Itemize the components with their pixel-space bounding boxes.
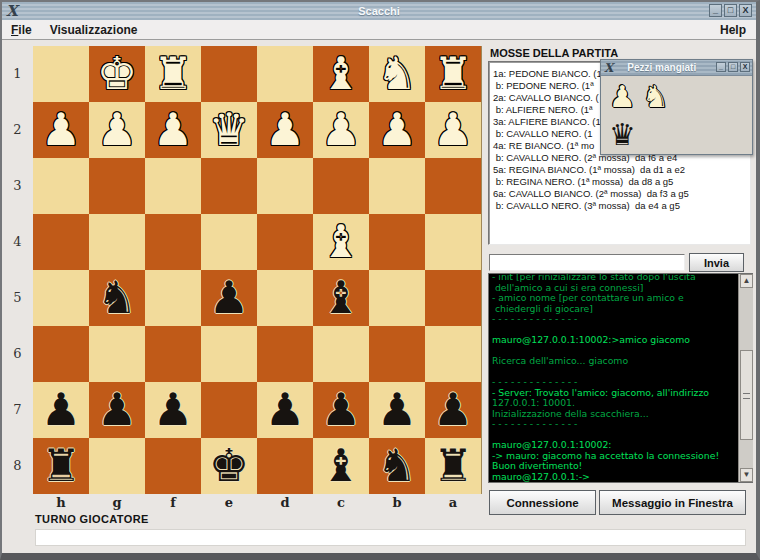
square-e8[interactable]: ♚ <box>201 438 257 494</box>
terminal-line: Buon divertimento! <box>492 461 749 472</box>
black-pawn: ♟ <box>145 382 201 438</box>
scroll-down-icon[interactable]: ▼ <box>740 468 753 482</box>
square-e5[interactable]: ♟ <box>201 270 257 326</box>
window-title: Scacchi <box>2 5 756 17</box>
square-a8[interactable]: ♜ <box>425 438 481 494</box>
captured-white-pawn: ♟ <box>609 78 636 116</box>
terminal-line: - amico nome [per contattare un amico e <box>492 293 749 304</box>
square-e6[interactable] <box>201 326 257 382</box>
file-label-c: c <box>313 494 369 511</box>
rank-label-4: 4 <box>2 214 33 270</box>
connection-terminal[interactable]: - init [per rinizializzare lo stato dopo… <box>488 273 753 483</box>
square-a6[interactable] <box>425 326 481 382</box>
square-g1[interactable]: ♚ <box>89 46 145 102</box>
square-b2[interactable]: ♟ <box>369 102 425 158</box>
connection-button[interactable]: Connessione <box>489 490 596 515</box>
move-line: b: CAVALLO NERO. (3ª mossa) da e4 a g5 <box>493 200 750 212</box>
square-d5[interactable] <box>257 270 313 326</box>
white-pawn: ♟ <box>89 102 145 158</box>
square-b3[interactable] <box>369 158 425 214</box>
square-a3[interactable] <box>425 158 481 214</box>
square-b1[interactable]: ♞ <box>369 46 425 102</box>
terminal-line: mauro@127.0.0.1:10002:>amico giacomo <box>492 335 749 346</box>
file-label-b: b <box>369 494 425 511</box>
captured-white-knight: ♞ <box>642 78 669 116</box>
terminal-line: mauro@127.0.0.1:-> <box>492 472 749 483</box>
square-b4[interactable] <box>369 214 425 270</box>
terminal-line: - - - - - - - - - - - - - - <box>492 314 749 325</box>
black-king: ♚ <box>201 438 257 494</box>
captured-window-titlebar[interactable]: X Pezzi mangiati _ □ X <box>601 60 752 76</box>
black-pawn: ♟ <box>257 382 313 438</box>
square-d1[interactable] <box>257 46 313 102</box>
square-c4[interactable]: ♝ <box>313 214 369 270</box>
square-f1[interactable]: ♜ <box>145 46 201 102</box>
square-a7[interactable]: ♟ <box>425 382 481 438</box>
rank-label-7: 7 <box>2 382 33 438</box>
square-f6[interactable] <box>145 326 201 382</box>
app-window: X Scacchi _ □ X FileVisualizzazioneHelp … <box>0 0 760 560</box>
square-b5[interactable] <box>369 270 425 326</box>
scroll-up-icon[interactable]: ▲ <box>740 274 753 288</box>
white-king: ♚ <box>89 46 145 102</box>
file-label-f: f <box>145 494 201 511</box>
send-button[interactable]: Invia <box>689 253 744 272</box>
minimize-icon[interactable]: _ <box>716 62 726 72</box>
white-queen: ♛ <box>201 102 257 158</box>
square-f2[interactable]: ♟ <box>145 102 201 158</box>
square-a5[interactable] <box>425 270 481 326</box>
captured-black-queen: ♛ <box>609 116 636 154</box>
scrollbar-thumb[interactable] <box>740 350 753 440</box>
square-e4[interactable] <box>201 214 257 270</box>
moves-panel-title: MOSSE DELLA PARTITA <box>490 47 618 59</box>
captured-pieces-window: X Pezzi mangiati _ □ X ♟♞♛ <box>600 59 753 155</box>
square-e7[interactable] <box>201 382 257 438</box>
black-rook: ♜ <box>425 438 481 494</box>
white-pawn: ♟ <box>145 102 201 158</box>
terminal-scrollbar[interactable]: ▲ ▼ <box>738 274 753 482</box>
square-d7[interactable]: ♟ <box>257 382 313 438</box>
square-a4[interactable] <box>425 214 481 270</box>
file-label-h: h <box>33 494 89 511</box>
square-d6[interactable] <box>257 326 313 382</box>
square-g3[interactable] <box>89 158 145 214</box>
file-label-e: e <box>201 494 257 511</box>
square-h5[interactable] <box>33 270 89 326</box>
square-f8[interactable] <box>145 438 201 494</box>
black-pawn: ♟ <box>425 382 481 438</box>
terminal-line: 127.0.0.1: 10001. <box>492 398 749 409</box>
terminal-line: mauro@127.0.0.1:10002: <box>492 440 749 451</box>
chat-input[interactable] <box>489 254 685 271</box>
move-line: 6a: CAVALLO BIANCO. (2ª mossa) da f3 a g… <box>493 188 750 200</box>
square-e1[interactable] <box>201 46 257 102</box>
rank-label-2: 2 <box>2 102 33 158</box>
black-pawn: ♟ <box>33 382 89 438</box>
white-pawn: ♟ <box>425 102 481 158</box>
white-rook: ♜ <box>145 46 201 102</box>
black-pawn: ♟ <box>89 382 145 438</box>
black-pawn: ♟ <box>313 382 369 438</box>
square-g4[interactable] <box>89 214 145 270</box>
close-icon[interactable]: X <box>739 4 752 17</box>
square-g5[interactable]: ♞ <box>89 270 145 326</box>
file-label-g: g <box>89 494 145 511</box>
square-e2[interactable]: ♛ <box>201 102 257 158</box>
message-window-button[interactable]: Messaggio in Finestra <box>599 490 746 515</box>
menu-bar: FileVisualizzazioneHelp <box>2 20 756 40</box>
square-d4[interactable] <box>257 214 313 270</box>
captured-window-title: Pezzi mangiati <box>627 62 696 73</box>
file-label-a: a <box>425 494 481 511</box>
square-c7[interactable]: ♟ <box>313 382 369 438</box>
square-h1[interactable] <box>33 46 89 102</box>
square-d8[interactable] <box>257 438 313 494</box>
move-line: 5a: REGINA BIANCO. (1ª mossa) da d1 a e2 <box>493 164 750 176</box>
terminal-line: Ricerca dell'amico... giacomo <box>492 356 749 367</box>
menu-help[interactable]: Help <box>710 23 756 37</box>
white-pawn: ♟ <box>33 102 89 158</box>
square-d2[interactable]: ♟ <box>257 102 313 158</box>
white-pawn: ♟ <box>369 102 425 158</box>
terminal-line: - - - - - - - - - - - - - - <box>492 377 749 388</box>
menu-visualizzazione[interactable]: Visualizzazione <box>41 23 147 37</box>
square-h7[interactable]: ♟ <box>33 382 89 438</box>
maximize-icon[interactable]: □ <box>724 4 737 17</box>
terminal-line: - - - - - - - - - - - - - - <box>492 419 749 430</box>
black-pawn: ♟ <box>201 270 257 326</box>
square-c3[interactable] <box>313 158 369 214</box>
file-labels: hgfedcba <box>33 494 481 511</box>
square-g7[interactable]: ♟ <box>89 382 145 438</box>
square-c6[interactable] <box>313 326 369 382</box>
square-f7[interactable]: ♟ <box>145 382 201 438</box>
rank-label-8: 8 <box>2 438 33 494</box>
maximize-icon[interactable]: □ <box>728 62 738 72</box>
square-d3[interactable] <box>257 158 313 214</box>
white-bishop: ♝ <box>313 46 369 102</box>
square-e3[interactable] <box>201 158 257 214</box>
rank-labels: 12345678 <box>2 46 33 494</box>
square-c8[interactable]: ♝ <box>313 438 369 494</box>
black-pawn: ♟ <box>369 382 425 438</box>
rank-label-3: 3 <box>2 158 33 214</box>
square-b6[interactable] <box>369 326 425 382</box>
square-h3[interactable] <box>33 158 89 214</box>
square-h4[interactable] <box>33 214 89 270</box>
square-g8[interactable] <box>89 438 145 494</box>
status-strip <box>35 529 746 546</box>
white-pawn: ♟ <box>257 102 313 158</box>
square-f3[interactable] <box>145 158 201 214</box>
square-a1[interactable]: ♜ <box>425 46 481 102</box>
black-bishop: ♝ <box>313 270 369 326</box>
rank-label-5: 5 <box>2 270 33 326</box>
white-knight: ♞ <box>369 46 425 102</box>
x11-logo-icon: X <box>604 61 613 75</box>
close-icon[interactable]: X <box>740 62 750 72</box>
white-bishop: ♝ <box>313 214 369 270</box>
square-b8[interactable]: ♞ <box>369 438 425 494</box>
black-bishop: ♝ <box>313 438 369 494</box>
title-bar: X Scacchi _ □ X <box>2 2 756 21</box>
black-knight: ♞ <box>89 270 145 326</box>
square-f4[interactable] <box>145 214 201 270</box>
rank-label-1: 1 <box>2 46 33 102</box>
square-f5[interactable] <box>145 270 201 326</box>
turn-indicator-label: TURNO GIOCATORE <box>35 513 149 525</box>
rank-label-6: 6 <box>2 326 33 382</box>
square-g2[interactable]: ♟ <box>89 102 145 158</box>
file-label-d: d <box>257 494 313 511</box>
white-rook: ♜ <box>425 46 481 102</box>
square-b7[interactable]: ♟ <box>369 382 425 438</box>
minimize-icon[interactable]: _ <box>709 4 722 17</box>
square-h8[interactable]: ♜ <box>33 438 89 494</box>
white-pawn: ♟ <box>313 102 369 158</box>
square-g6[interactable] <box>89 326 145 382</box>
square-h2[interactable]: ♟ <box>33 102 89 158</box>
square-c5[interactable]: ♝ <box>313 270 369 326</box>
black-rook: ♜ <box>33 438 89 494</box>
chess-board: ♚♜♝♞♜♟♟♟♛♟♟♟♟♝♞♟♝♟♟♟♟♟♟♟♜♚♝♞♜ <box>33 46 482 494</box>
menu-file[interactable]: File <box>2 23 41 37</box>
move-line: b: REGINA NERO. (1ª mossa) da d8 a g5 <box>493 176 750 188</box>
black-knight: ♞ <box>369 438 425 494</box>
square-h6[interactable] <box>33 326 89 382</box>
square-c2[interactable]: ♟ <box>313 102 369 158</box>
square-c1[interactable]: ♝ <box>313 46 369 102</box>
square-a2[interactable]: ♟ <box>425 102 481 158</box>
